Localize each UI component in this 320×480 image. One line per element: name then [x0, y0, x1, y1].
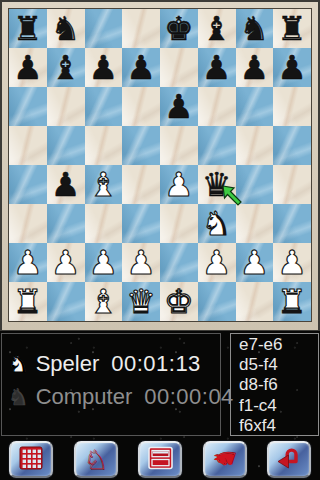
- square-a6[interactable]: [9, 87, 47, 126]
- square-a4[interactable]: [9, 165, 47, 204]
- square-g7[interactable]: ♟: [236, 48, 274, 87]
- square-c7[interactable]: ♟: [85, 48, 123, 87]
- square-h3[interactable]: [273, 204, 311, 243]
- white-rook: ♜: [9, 282, 47, 321]
- square-c4[interactable]: ♝: [85, 165, 123, 204]
- square-f3[interactable]: ♞: [198, 204, 236, 243]
- square-c2[interactable]: ♟: [85, 243, 123, 282]
- square-e2[interactable]: [160, 243, 198, 282]
- chess-board[interactable]: ♜♞♚♝♞♜♟♝♟♟♟♟♟♟♟♝♟♛♞♟♟♟♟♟♟♟♜♝♛♚♜: [9, 9, 311, 321]
- square-g1[interactable]: [236, 282, 274, 321]
- white-pawn: ♟: [122, 243, 160, 282]
- square-h1[interactable]: ♜: [273, 282, 311, 321]
- square-c3[interactable]: [85, 204, 123, 243]
- black-knight: ♞: [47, 9, 85, 48]
- board-frame: ♜♞♚♝♞♜♟♝♟♟♟♟♟♟♟♝♟♛♞♟♟♟♟♟♟♟♜♝♛♚♜: [0, 0, 320, 331]
- square-h5[interactable]: [273, 126, 311, 165]
- black-pawn: ♟: [47, 165, 85, 204]
- undo-button[interactable]: [267, 441, 311, 478]
- toolbar: ♘ ♞: [0, 438, 320, 480]
- computer-clock-row: ♞ Computer 00:00:04: [2, 384, 220, 410]
- undo-arrow-icon: [275, 445, 303, 474]
- move-entry: f1-c4: [239, 396, 318, 416]
- square-f4[interactable]: ♛: [198, 165, 236, 204]
- square-e4[interactable]: ♟: [160, 165, 198, 204]
- white-pawn: ♟: [236, 243, 274, 282]
- black-pawn: ♟: [160, 87, 198, 126]
- move-entry: e7-e6: [239, 335, 318, 355]
- square-f8[interactable]: ♝: [198, 9, 236, 48]
- square-d4[interactable]: [122, 165, 160, 204]
- square-e3[interactable]: [160, 204, 198, 243]
- square-h6[interactable]: [273, 87, 311, 126]
- knight-button[interactable]: ♘: [74, 441, 118, 478]
- square-d6[interactable]: [122, 87, 160, 126]
- square-e6[interactable]: ♟: [160, 87, 198, 126]
- split-bars-button[interactable]: [138, 441, 182, 478]
- square-g5[interactable]: [236, 126, 274, 165]
- black-king: ♚: [160, 9, 198, 48]
- player-clock-row: ♞ Speler 00:01:13: [2, 351, 220, 377]
- tilted-knight-button[interactable]: ♞: [203, 441, 247, 478]
- knight-outline-icon: ♘: [83, 446, 107, 473]
- square-b1[interactable]: [47, 282, 85, 321]
- white-queen: ♛: [122, 282, 160, 321]
- move-list[interactable]: e7-e6d5-f4d8-f6f1-c4f6xf4: [230, 333, 319, 436]
- square-h4[interactable]: [273, 165, 311, 204]
- white-knight: ♞: [198, 204, 236, 243]
- white-pawn: ♟: [47, 243, 85, 282]
- black-bishop: ♝: [47, 48, 85, 87]
- player-time: 00:01:13: [111, 351, 201, 377]
- square-a1[interactable]: ♜: [9, 282, 47, 321]
- square-b8[interactable]: ♞: [47, 9, 85, 48]
- square-b3[interactable]: [47, 204, 85, 243]
- move-entry: d5-f4: [239, 355, 318, 375]
- black-pawn: ♟: [198, 48, 236, 87]
- square-d8[interactable]: [122, 9, 160, 48]
- square-g8[interactable]: ♞: [236, 9, 274, 48]
- square-c1[interactable]: ♝: [85, 282, 123, 321]
- square-d1[interactable]: ♛: [122, 282, 160, 321]
- square-g6[interactable]: [236, 87, 274, 126]
- white-pawn: ♟: [160, 165, 198, 204]
- computer-time: 00:00:04: [144, 384, 234, 410]
- black-pawn: ♟: [9, 48, 47, 87]
- square-e8[interactable]: ♚: [160, 9, 198, 48]
- square-h8[interactable]: ♜: [273, 9, 311, 48]
- square-e1[interactable]: ♚: [160, 282, 198, 321]
- black-rook: ♜: [9, 9, 47, 48]
- move-entry: d8-f6: [239, 375, 318, 395]
- square-h2[interactable]: ♟: [273, 243, 311, 282]
- square-h7[interactable]: ♟: [273, 48, 311, 87]
- black-knight-icon: ♞: [8, 385, 29, 409]
- move-entry: f6xf4: [239, 416, 318, 436]
- clock-panel: ♞ Speler 00:01:13 ♞ Computer 00:00:04: [1, 333, 221, 436]
- square-f7[interactable]: ♟: [198, 48, 236, 87]
- black-bishop: ♝: [198, 9, 236, 48]
- square-a8[interactable]: ♜: [9, 9, 47, 48]
- square-c6[interactable]: [85, 87, 123, 126]
- square-b5[interactable]: [47, 126, 85, 165]
- white-pawn: ♟: [198, 243, 236, 282]
- green-cursor-arrow-icon: [221, 184, 243, 206]
- square-c5[interactable]: [85, 126, 123, 165]
- white-bishop: ♝: [85, 282, 123, 321]
- square-f2[interactable]: ♟: [198, 243, 236, 282]
- square-b7[interactable]: ♝: [47, 48, 85, 87]
- square-e5[interactable]: [160, 126, 198, 165]
- tilted-knight-icon: ♞: [208, 443, 240, 473]
- square-e7[interactable]: [160, 48, 198, 87]
- white-king: ♚: [160, 282, 198, 321]
- square-d5[interactable]: [122, 126, 160, 165]
- square-g2[interactable]: ♟: [236, 243, 274, 282]
- white-rook: ♜: [273, 282, 311, 321]
- square-a7[interactable]: ♟: [9, 48, 47, 87]
- white-pawn: ♟: [273, 243, 311, 282]
- square-c8[interactable]: [85, 9, 123, 48]
- black-rook: ♜: [273, 9, 311, 48]
- board-grid-button[interactable]: [9, 441, 53, 478]
- square-b4[interactable]: ♟: [47, 165, 85, 204]
- square-g3[interactable]: [236, 204, 274, 243]
- square-f1[interactable]: [198, 282, 236, 321]
- square-b6[interactable]: [47, 87, 85, 126]
- white-knight-icon: ♞: [8, 352, 29, 376]
- square-b2[interactable]: ♟: [47, 243, 85, 282]
- square-a5[interactable]: [9, 126, 47, 165]
- white-bishop: ♝: [85, 165, 123, 204]
- black-knight: ♞: [236, 9, 274, 48]
- square-d7[interactable]: ♟: [122, 48, 160, 87]
- black-pawn: ♟: [236, 48, 274, 87]
- computer-label: Computer: [36, 384, 133, 410]
- black-pawn: ♟: [85, 48, 123, 87]
- square-f6[interactable]: [198, 87, 236, 126]
- square-f5[interactable]: [198, 126, 236, 165]
- square-a2[interactable]: ♟: [9, 243, 47, 282]
- black-pawn: ♟: [122, 48, 160, 87]
- chess-app-screen: { "game": "chess", "position": "rn2kbnr/…: [0, 0, 320, 480]
- white-pawn: ♟: [9, 243, 47, 282]
- board-grid-icon: [18, 445, 44, 474]
- player-label: Speler: [36, 351, 100, 377]
- black-pawn: ♟: [273, 48, 311, 87]
- white-pawn: ♟: [85, 243, 123, 282]
- split-bars-icon: [147, 445, 174, 474]
- square-d3[interactable]: [122, 204, 160, 243]
- square-a3[interactable]: [9, 204, 47, 243]
- square-d2[interactable]: ♟: [122, 243, 160, 282]
